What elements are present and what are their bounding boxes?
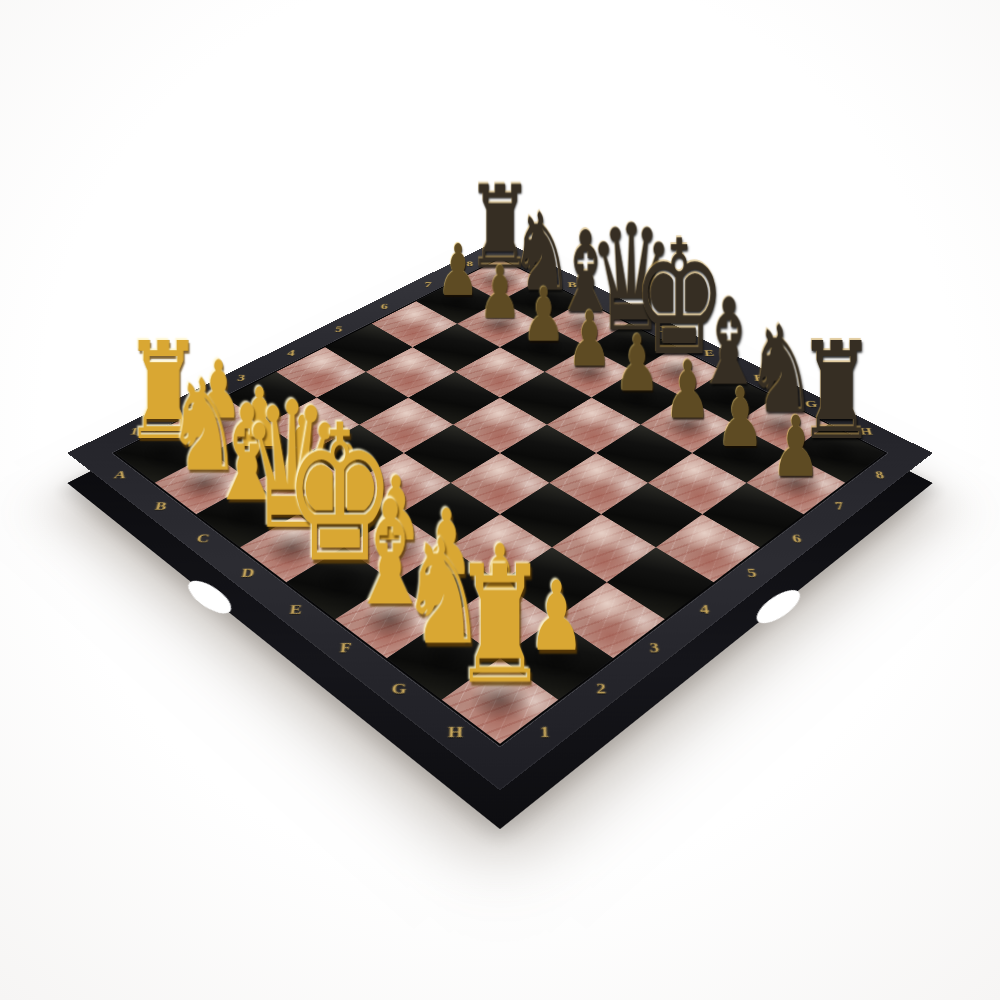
bronze-pawn-glyph: ♟ [664,350,711,430]
rank-label-7-right: 7 [834,500,846,512]
file-label-h-bottom: H [447,724,463,741]
bronze-pawn-glyph: ♟ [716,377,765,459]
rank-label-6-left: 6 [380,303,388,311]
file-label-f-bottom: F [339,641,352,656]
file-label-f-top: F [753,373,764,383]
rank-label-5-right: 5 [746,567,757,580]
handle-notch-right [749,586,807,629]
file-label-d-bottom: D [240,567,255,580]
rank-label-8-right: 8 [874,470,886,481]
rank-label-1-right: 1 [540,724,550,741]
rank-label-6-right: 6 [791,533,803,546]
perspective-wrapper: 87654321 87654321 ABCDEFGH ABCDEFGH ♜♞♝♛… [0,0,1000,1000]
bronze-pawn-glyph: ♟ [437,235,479,306]
file-label-g-bottom: G [391,681,407,697]
file-label-a-top: A [525,260,535,268]
rank-label-4-right: 4 [699,603,710,617]
file-label-e-bottom: E [288,603,302,617]
gold-rook-glyph: ♜ [452,545,548,707]
file-label-d-top: D [655,325,667,334]
file-label-c-bottom: C [195,533,210,546]
rank-label-8-left: 8 [466,260,473,268]
file-label-b-bottom: B [153,500,167,512]
chess-board: 87654321 87654321 ABCDEFGH ABCDEFGH ♜♞♝♛… [67,239,932,790]
file-label-e-top: E [703,349,715,358]
bronze-pawn-glyph: ♟ [478,256,521,329]
board-field: ♜♞♝♛♚♝♞♜♟♟♟♟♟♟♟♟♟♟♟♟♟♟♟♟♜♞♝♛♚♝♞♜ [115,259,884,744]
file-label-b-top: B [567,281,577,289]
product-photo-scene: 87654321 87654321 ABCDEFGH ABCDEFGH ♜♞♝♛… [0,0,1000,1000]
bronze-pawn-glyph: ♟ [771,405,821,489]
rank-label-2-right: 2 [596,681,607,697]
rank-label-5-left: 5 [334,325,342,334]
file-label-c-top: C [610,303,621,311]
rank-label-3-right: 3 [649,641,660,656]
handle-notch-left [181,576,239,618]
bronze-pawn-glyph: ♟ [567,301,612,377]
bronze-pawn-glyph: ♟ [522,278,566,353]
bronze-pawn-glyph: ♟ [614,325,660,403]
rank-label-7-left: 7 [424,281,431,289]
file-label-a-bottom: A [113,470,128,481]
rank-label-4-left: 4 [287,349,296,358]
